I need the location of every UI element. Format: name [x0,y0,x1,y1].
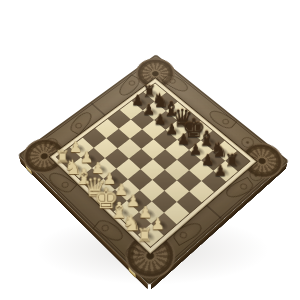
black-pawn-glyph: ♟ [213,163,227,178]
white-rook-glyph: ♜ [136,226,152,244]
product-photo-scene: ♜♞♝♛♚♝♞♜♟♟♟♟♟♟♟♟♟♟♟♟♟♟♟♟♜♞♝♛♚♝♞♜ [0,0,300,300]
black-pawn-glyph: ♟ [189,142,202,157]
black-pawn-glyph: ♟ [201,153,215,168]
maple-board-border: ♜♞♝♛♚♝♞♜♟♟♟♟♟♟♟♟♟♟♟♟♟♟♟♟♜♞♝♛♚♝♞♜ [48,77,257,255]
carved-chess-box: ♜♞♝♛♚♝♞♜♟♟♟♟♟♟♟♟♟♟♟♟♟♟♟♟♜♞♝♛♚♝♞♜ [18,54,289,285]
